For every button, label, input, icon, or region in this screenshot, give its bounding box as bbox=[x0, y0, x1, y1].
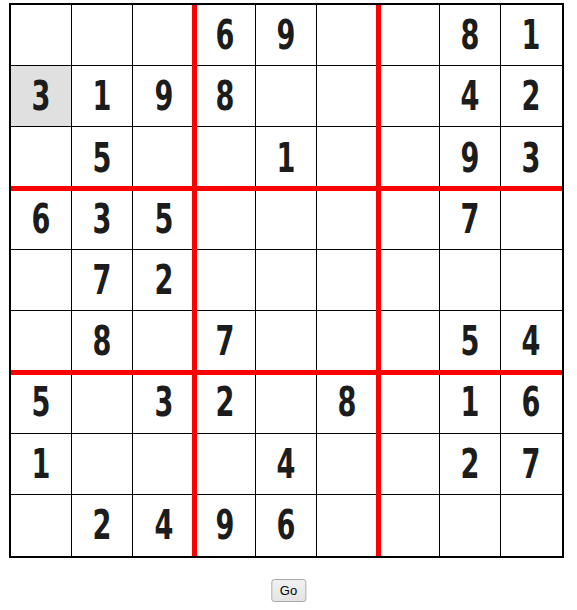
cell-r5c4[interactable] bbox=[195, 250, 256, 311]
digit: 3 bbox=[154, 382, 173, 422]
cell-r1c8[interactable]: 8 bbox=[440, 5, 501, 66]
cell-r6c9[interactable]: 4 bbox=[501, 311, 562, 372]
cell-r1c1[interactable] bbox=[11, 5, 72, 66]
cell-r8c2[interactable] bbox=[72, 434, 133, 495]
cell-r6c7[interactable] bbox=[378, 311, 439, 372]
digit: 2 bbox=[522, 76, 541, 116]
sudoku-board: 69813198425193635772875453281614272496 bbox=[9, 3, 564, 558]
cell-r6c1[interactable] bbox=[11, 311, 72, 372]
cell-r2c1[interactable]: 3 bbox=[11, 66, 72, 127]
cell-r8c3[interactable] bbox=[133, 434, 194, 495]
digit: 6 bbox=[277, 505, 296, 545]
digit: 5 bbox=[93, 138, 112, 178]
cell-r3c4[interactable] bbox=[195, 127, 256, 188]
cell-r4c5[interactable] bbox=[256, 189, 317, 250]
cell-r1c3[interactable] bbox=[133, 5, 194, 66]
cell-r9c9[interactable] bbox=[501, 495, 562, 556]
digit: 6 bbox=[215, 15, 234, 55]
cell-r4c3[interactable]: 5 bbox=[133, 189, 194, 250]
cell-r3c7[interactable] bbox=[378, 127, 439, 188]
cell-r9c3[interactable]: 4 bbox=[133, 495, 194, 556]
cell-r9c7[interactable] bbox=[378, 495, 439, 556]
digit: 7 bbox=[460, 199, 479, 239]
cell-r4c6[interactable] bbox=[317, 189, 378, 250]
cell-r9c1[interactable] bbox=[11, 495, 72, 556]
digit: 2 bbox=[460, 444, 479, 484]
cell-r3c2[interactable]: 5 bbox=[72, 127, 133, 188]
digit: 4 bbox=[522, 321, 541, 361]
cell-r2c3[interactable]: 9 bbox=[133, 66, 194, 127]
cell-r5c9[interactable] bbox=[501, 250, 562, 311]
cell-r9c6[interactable] bbox=[317, 495, 378, 556]
digit: 3 bbox=[522, 138, 541, 178]
digit: 5 bbox=[154, 199, 173, 239]
cell-r2c6[interactable] bbox=[317, 66, 378, 127]
cell-r9c4[interactable]: 9 bbox=[195, 495, 256, 556]
digit: 5 bbox=[460, 321, 479, 361]
digit: 6 bbox=[522, 382, 541, 422]
digit: 8 bbox=[215, 76, 234, 116]
cell-r4c7[interactable] bbox=[378, 189, 439, 250]
cell-r5c3[interactable]: 2 bbox=[133, 250, 194, 311]
cell-r5c7[interactable] bbox=[378, 250, 439, 311]
cell-r2c4[interactable]: 8 bbox=[195, 66, 256, 127]
cell-r7c3[interactable]: 3 bbox=[133, 372, 194, 433]
digit: 1 bbox=[460, 382, 479, 422]
cell-r4c9[interactable] bbox=[501, 189, 562, 250]
cell-r7c8[interactable]: 1 bbox=[440, 372, 501, 433]
cell-r3c6[interactable] bbox=[317, 127, 378, 188]
cell-r5c8[interactable] bbox=[440, 250, 501, 311]
cell-r6c8[interactable]: 5 bbox=[440, 311, 501, 372]
digit: 1 bbox=[522, 15, 541, 55]
digit: 8 bbox=[93, 321, 112, 361]
cell-r8c7[interactable] bbox=[378, 434, 439, 495]
cell-r6c4[interactable]: 7 bbox=[195, 311, 256, 372]
digit: 5 bbox=[32, 382, 51, 422]
cell-r1c2[interactable] bbox=[72, 5, 133, 66]
cell-r2c2[interactable]: 1 bbox=[72, 66, 133, 127]
cell-r5c2[interactable]: 7 bbox=[72, 250, 133, 311]
cell-r3c9[interactable]: 3 bbox=[501, 127, 562, 188]
digit: 1 bbox=[93, 76, 112, 116]
digit: 9 bbox=[460, 138, 479, 178]
cell-r8c5[interactable]: 4 bbox=[256, 434, 317, 495]
digit: 4 bbox=[460, 76, 479, 116]
digit: 3 bbox=[93, 199, 112, 239]
cell-r5c6[interactable] bbox=[317, 250, 378, 311]
cell-r2c5[interactable] bbox=[256, 66, 317, 127]
cell-r7c2[interactable] bbox=[72, 372, 133, 433]
cell-r9c5[interactable]: 6 bbox=[256, 495, 317, 556]
digit: 4 bbox=[154, 505, 173, 545]
digit: 2 bbox=[154, 260, 173, 300]
cell-r8c4[interactable] bbox=[195, 434, 256, 495]
cell-r5c1[interactable] bbox=[11, 250, 72, 311]
digit: 9 bbox=[154, 76, 173, 116]
digit: 8 bbox=[460, 15, 479, 55]
digit: 9 bbox=[277, 15, 296, 55]
digit: 1 bbox=[32, 444, 51, 484]
cell-r9c8[interactable] bbox=[440, 495, 501, 556]
cell-r6c2[interactable]: 8 bbox=[72, 311, 133, 372]
cell-r7c6[interactable]: 8 bbox=[317, 372, 378, 433]
digit: 4 bbox=[277, 444, 296, 484]
digit: 7 bbox=[215, 321, 234, 361]
go-button[interactable]: Go bbox=[271, 579, 306, 602]
cell-r6c6[interactable] bbox=[317, 311, 378, 372]
digit: 9 bbox=[215, 505, 234, 545]
cell-r1c9[interactable]: 1 bbox=[501, 5, 562, 66]
cell-r3c3[interactable] bbox=[133, 127, 194, 188]
digit: 2 bbox=[215, 382, 234, 422]
cell-r7c1[interactable]: 5 bbox=[11, 372, 72, 433]
digit: 2 bbox=[93, 505, 112, 545]
digit: 7 bbox=[93, 260, 112, 300]
sudoku-grid: 69813198425193635772875453281614272496 bbox=[11, 5, 562, 556]
cell-r7c7[interactable] bbox=[378, 372, 439, 433]
cell-r2c7[interactable] bbox=[378, 66, 439, 127]
cell-r7c9[interactable]: 6 bbox=[501, 372, 562, 433]
cell-r4c2[interactable]: 3 bbox=[72, 189, 133, 250]
cell-r7c4[interactable]: 2 bbox=[195, 372, 256, 433]
cell-r1c5[interactable]: 9 bbox=[256, 5, 317, 66]
cell-r8c1[interactable]: 1 bbox=[11, 434, 72, 495]
cell-r4c4[interactable] bbox=[195, 189, 256, 250]
digit: 1 bbox=[277, 138, 296, 178]
cell-r1c4[interactable]: 6 bbox=[195, 5, 256, 66]
cell-r1c6[interactable] bbox=[317, 5, 378, 66]
cell-r5c5[interactable] bbox=[256, 250, 317, 311]
digit: 7 bbox=[522, 444, 541, 484]
cell-r7c5[interactable] bbox=[256, 372, 317, 433]
cell-r4c8[interactable]: 7 bbox=[440, 189, 501, 250]
digit: 3 bbox=[32, 76, 51, 116]
cell-r8c9[interactable]: 7 bbox=[501, 434, 562, 495]
cell-r4c1[interactable]: 6 bbox=[11, 189, 72, 250]
cell-r6c5[interactable] bbox=[256, 311, 317, 372]
cell-r3c8[interactable]: 9 bbox=[440, 127, 501, 188]
cell-r9c2[interactable]: 2 bbox=[72, 495, 133, 556]
cell-r3c5[interactable]: 1 bbox=[256, 127, 317, 188]
digit: 8 bbox=[338, 382, 357, 422]
cell-r6c3[interactable] bbox=[133, 311, 194, 372]
cell-r8c6[interactable] bbox=[317, 434, 378, 495]
cell-r1c7[interactable] bbox=[378, 5, 439, 66]
cell-r2c9[interactable]: 2 bbox=[501, 66, 562, 127]
cell-r2c8[interactable]: 4 bbox=[440, 66, 501, 127]
cell-r8c8[interactable]: 2 bbox=[440, 434, 501, 495]
cell-r3c1[interactable] bbox=[11, 127, 72, 188]
digit: 6 bbox=[32, 199, 51, 239]
